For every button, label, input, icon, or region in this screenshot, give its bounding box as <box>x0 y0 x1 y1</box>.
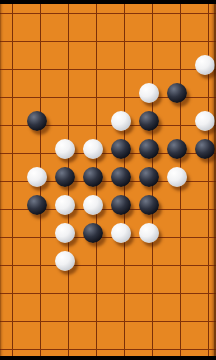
white-stone <box>83 195 103 215</box>
grid-line-h <box>0 69 216 70</box>
white-stone <box>195 111 215 131</box>
grid-line-h <box>0 265 216 266</box>
black-stone <box>139 167 159 187</box>
white-stone <box>139 223 159 243</box>
black-stone <box>111 167 131 187</box>
black-stone <box>139 139 159 159</box>
white-stone <box>83 139 103 159</box>
white-stone <box>167 167 187 187</box>
black-stone <box>167 139 187 159</box>
white-stone <box>55 223 75 243</box>
grid-line-h <box>0 293 216 294</box>
gomoku-board[interactable] <box>0 0 216 360</box>
black-stone <box>27 111 47 131</box>
white-stone <box>55 139 75 159</box>
black-stone <box>83 167 103 187</box>
grid-line-h <box>0 41 216 42</box>
black-stone <box>195 139 215 159</box>
white-stone <box>195 55 215 75</box>
white-stone <box>111 223 131 243</box>
screen-edge-shade-right <box>214 0 216 360</box>
screen-edge-shade-left <box>0 0 1 360</box>
top-bar <box>0 0 216 4</box>
white-stone <box>111 111 131 131</box>
black-stone <box>167 83 187 103</box>
black-stone <box>27 195 47 215</box>
bottom-bar <box>0 356 216 360</box>
white-stone <box>55 251 75 271</box>
grid-line-h <box>0 321 216 322</box>
black-stone <box>55 167 75 187</box>
grid-line-v <box>12 4 13 356</box>
black-stone <box>83 223 103 243</box>
grid-line-h <box>0 237 216 238</box>
black-stone <box>111 195 131 215</box>
black-stone <box>111 139 131 159</box>
white-stone <box>27 167 47 187</box>
white-stone <box>139 83 159 103</box>
grid-line-h <box>0 349 216 350</box>
gomoku-app-screen <box>0 0 216 360</box>
black-stone <box>139 111 159 131</box>
black-stone <box>139 195 159 215</box>
grid-line-h <box>0 13 216 14</box>
white-stone <box>55 195 75 215</box>
